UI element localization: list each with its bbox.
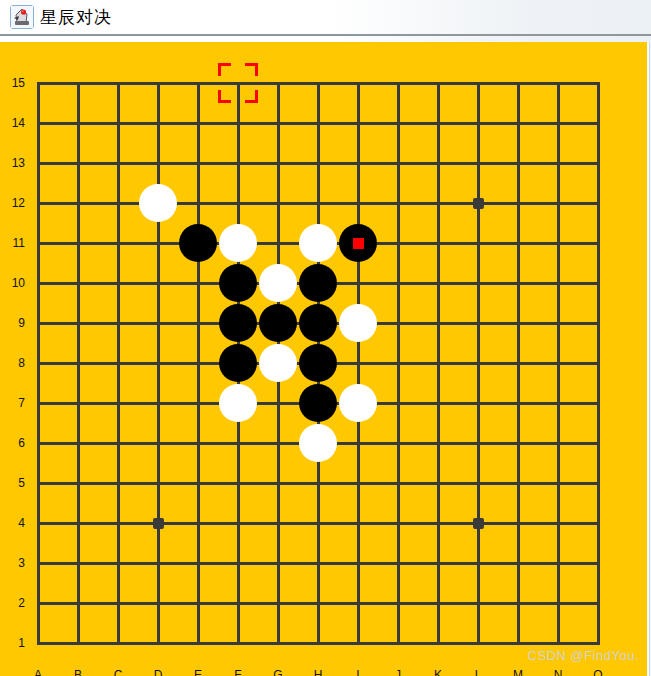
- grid-line-vertical: [437, 82, 440, 645]
- white-stone: [219, 384, 257, 422]
- title-bar: 星辰对决: [0, 0, 651, 36]
- grid-line-vertical: [357, 82, 360, 645]
- star-point: [153, 518, 164, 529]
- white-stone: [299, 424, 337, 462]
- col-label: E: [188, 668, 208, 676]
- board[interactable]: 151413121110987654321ABCDEFGHIJKLMNO CSD…: [0, 42, 647, 676]
- col-label: F: [228, 668, 248, 676]
- row-label: 12: [0, 195, 25, 211]
- game-piece-icon: [11, 6, 33, 28]
- grid-line-vertical: [517, 82, 520, 645]
- cursor-corner-br: [245, 90, 258, 103]
- last-move-marker: [353, 238, 364, 249]
- row-label: 15: [0, 75, 25, 91]
- row-label: 10: [0, 275, 25, 291]
- row-label: 14: [0, 115, 25, 131]
- row-label: 2: [0, 595, 25, 611]
- grid-line-horizontal: [37, 562, 600, 565]
- black-stone: [299, 344, 337, 382]
- col-label: D: [148, 668, 168, 676]
- row-label: 4: [0, 515, 25, 531]
- row-label: 6: [0, 435, 25, 451]
- black-stone: [299, 264, 337, 302]
- grid-line-vertical: [557, 82, 560, 645]
- col-label: L: [468, 668, 488, 676]
- row-label: 11: [0, 235, 25, 251]
- grid-line-vertical: [477, 82, 480, 645]
- grid-line-vertical: [597, 82, 600, 645]
- col-label: A: [28, 668, 48, 676]
- col-label: I: [348, 668, 368, 676]
- black-stone: [219, 304, 257, 342]
- white-stone: [259, 344, 297, 382]
- black-stone: [299, 384, 337, 422]
- col-label: J: [388, 668, 408, 676]
- black-stone: [219, 264, 257, 302]
- white-stone: [259, 264, 297, 302]
- grid-line-horizontal: [37, 602, 600, 605]
- grid-line-horizontal: [37, 522, 600, 525]
- row-label: 8: [0, 355, 25, 371]
- col-label: O: [588, 668, 608, 676]
- black-stone: [179, 224, 217, 262]
- cursor-reticle: [218, 63, 258, 103]
- black-stone: [219, 344, 257, 382]
- window: 星辰对决 151413121110987654321ABCDEFGHIJKLMN…: [0, 0, 651, 676]
- row-label: 1: [0, 635, 25, 651]
- white-stone: [339, 304, 377, 342]
- black-stone: [299, 304, 337, 342]
- window-title: 星辰对决: [40, 6, 112, 29]
- row-label: 9: [0, 315, 25, 331]
- cursor-corner-tl: [218, 63, 231, 76]
- row-label: 13: [0, 155, 25, 171]
- app-icon[interactable]: [10, 5, 34, 29]
- col-label: H: [308, 668, 328, 676]
- star-point: [473, 518, 484, 529]
- star-point: [473, 198, 484, 209]
- black-stone: [259, 304, 297, 342]
- col-label: K: [428, 668, 448, 676]
- grid-line-vertical: [397, 82, 400, 645]
- grid-line-horizontal: [37, 482, 600, 485]
- grid-line-horizontal: [37, 642, 600, 645]
- col-label: C: [108, 668, 128, 676]
- scrollbar-strip[interactable]: [647, 42, 651, 676]
- col-label: M: [508, 668, 528, 676]
- row-label: 7: [0, 395, 25, 411]
- col-label: B: [68, 668, 88, 676]
- white-stone: [299, 224, 337, 262]
- cursor-corner-tr: [245, 63, 258, 76]
- col-label: G: [268, 668, 288, 676]
- white-stone: [139, 184, 177, 222]
- row-label: 3: [0, 555, 25, 571]
- white-stone: [339, 384, 377, 422]
- white-stone: [219, 224, 257, 262]
- watermark: CSDN @FindYou.: [528, 648, 639, 663]
- cursor-corner-bl: [218, 90, 231, 103]
- row-label: 5: [0, 475, 25, 491]
- col-label: N: [548, 668, 568, 676]
